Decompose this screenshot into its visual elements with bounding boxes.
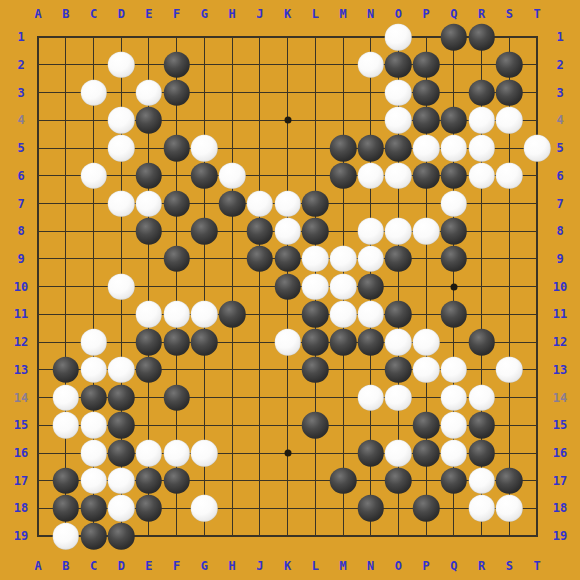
black-stone-L11[interactable] (302, 301, 329, 328)
row-label-left: 7 (17, 198, 24, 210)
black-stone-O2[interactable] (385, 52, 412, 79)
white-stone-P12[interactable] (413, 329, 440, 356)
white-stone-E11[interactable] (136, 301, 163, 328)
white-stone-Q13[interactable] (441, 357, 468, 384)
black-stone-L8[interactable] (302, 218, 329, 245)
black-stone-J9[interactable] (247, 246, 274, 273)
black-stone-F2[interactable] (163, 52, 190, 79)
black-stone-N16[interactable] (357, 440, 384, 467)
black-stone-P15[interactable] (413, 412, 440, 439)
row-label-right: 15 (553, 419, 567, 431)
black-stone-F3[interactable] (163, 79, 190, 106)
white-stone-G16[interactable] (191, 440, 218, 467)
black-stone-M17[interactable] (330, 467, 357, 494)
white-stone-B15[interactable] (53, 412, 80, 439)
black-stone-O9[interactable] (385, 246, 412, 273)
column-label-top: D (118, 8, 125, 20)
black-stone-L15[interactable] (302, 412, 329, 439)
column-label-bottom: B (62, 560, 69, 572)
black-stone-P18[interactable] (413, 495, 440, 522)
white-stone-N9[interactable] (357, 246, 384, 273)
black-stone-L12[interactable] (302, 329, 329, 356)
white-stone-M11[interactable] (330, 301, 357, 328)
black-stone-D19[interactable] (108, 523, 135, 550)
column-label-top: A (34, 8, 41, 20)
row-label-left: 2 (17, 59, 24, 71)
row-label-left: 10 (14, 281, 28, 293)
black-stone-F7[interactable] (163, 190, 190, 217)
column-label-top: F (173, 8, 180, 20)
column-label-top: C (90, 8, 97, 20)
black-stone-M12[interactable] (330, 329, 357, 356)
black-stone-E13[interactable] (136, 357, 163, 384)
white-stone-N8[interactable] (357, 218, 384, 245)
white-stone-Q16[interactable] (441, 440, 468, 467)
column-label-bottom: S (506, 560, 513, 572)
black-stone-F5[interactable] (163, 135, 190, 162)
column-label-bottom: F (173, 560, 180, 572)
go-board[interactable]: AABBCCDDEEFFGGHHJJKKLLMMNNOOPPQQRRSSTT11… (0, 0, 580, 580)
row-label-left: 13 (14, 364, 28, 376)
black-stone-L7[interactable] (302, 190, 329, 217)
row-label-right: 4 (556, 114, 563, 126)
row-label-left: 19 (14, 530, 28, 542)
black-stone-B17[interactable] (53, 467, 80, 494)
row-label-right: 16 (553, 447, 567, 459)
column-label-top: K (284, 8, 291, 20)
black-stone-S3[interactable] (496, 79, 523, 106)
column-label-bottom: A (34, 560, 41, 572)
row-label-right: 14 (553, 392, 567, 404)
black-stone-S17[interactable] (496, 467, 523, 494)
black-stone-N5[interactable] (357, 135, 384, 162)
white-stone-G11[interactable] (191, 301, 218, 328)
row-label-right: 11 (553, 308, 567, 320)
black-stone-S2[interactable] (496, 52, 523, 79)
column-label-bottom: E (145, 560, 152, 572)
black-stone-Q1[interactable] (441, 24, 468, 51)
white-stone-B19[interactable] (53, 523, 80, 550)
white-stone-C17[interactable] (80, 467, 107, 494)
black-stone-Q9[interactable] (441, 246, 468, 273)
white-stone-S13[interactable] (496, 357, 523, 384)
column-label-bottom: R (478, 560, 485, 572)
white-stone-O14[interactable] (385, 384, 412, 411)
white-stone-F11[interactable] (163, 301, 190, 328)
white-stone-H6[interactable] (219, 163, 246, 190)
white-stone-B14[interactable] (53, 384, 80, 411)
black-stone-E17[interactable] (136, 467, 163, 494)
white-stone-J7[interactable] (247, 190, 274, 217)
black-stone-Q17[interactable] (441, 467, 468, 494)
white-stone-L9[interactable] (302, 246, 329, 273)
white-stone-N14[interactable] (357, 384, 384, 411)
black-stone-E4[interactable] (136, 107, 163, 134)
white-stone-R14[interactable] (468, 384, 495, 411)
white-stone-M10[interactable] (330, 273, 357, 300)
black-stone-P16[interactable] (413, 440, 440, 467)
black-stone-B13[interactable] (53, 357, 80, 384)
white-stone-O16[interactable] (385, 440, 412, 467)
column-label-top: P (423, 8, 430, 20)
row-label-left: 1 (17, 31, 24, 43)
black-stone-B18[interactable] (53, 495, 80, 522)
star-point (450, 283, 457, 290)
column-label-bottom: M (339, 560, 346, 572)
black-stone-H7[interactable] (219, 190, 246, 217)
black-stone-E8[interactable] (136, 218, 163, 245)
white-stone-Q14[interactable] (441, 384, 468, 411)
column-label-top: J (256, 8, 263, 20)
white-stone-N2[interactable] (357, 52, 384, 79)
white-stone-D2[interactable] (108, 52, 135, 79)
star-point (284, 117, 291, 124)
white-stone-G18[interactable] (191, 495, 218, 522)
black-stone-P6[interactable] (413, 163, 440, 190)
white-stone-C3[interactable] (80, 79, 107, 106)
column-label-bottom: H (229, 560, 236, 572)
white-stone-E7[interactable] (136, 190, 163, 217)
black-stone-R16[interactable] (468, 440, 495, 467)
column-label-top: T (533, 8, 540, 20)
white-stone-Q15[interactable] (441, 412, 468, 439)
row-label-right: 17 (553, 475, 567, 487)
black-stone-P2[interactable] (413, 52, 440, 79)
star-point (284, 450, 291, 457)
white-stone-R5[interactable] (468, 135, 495, 162)
row-label-right: 19 (553, 530, 567, 542)
column-label-bottom: K (284, 560, 291, 572)
white-stone-D13[interactable] (108, 357, 135, 384)
white-stone-K7[interactable] (274, 190, 301, 217)
white-stone-D18[interactable] (108, 495, 135, 522)
row-label-right: 2 (556, 59, 563, 71)
black-stone-E12[interactable] (136, 329, 163, 356)
white-stone-T5[interactable] (524, 135, 551, 162)
column-label-top: N (367, 8, 374, 20)
black-stone-F14[interactable] (163, 384, 190, 411)
column-label-bottom: D (118, 560, 125, 572)
white-stone-N6[interactable] (357, 163, 384, 190)
white-stone-R6[interactable] (468, 163, 495, 190)
black-stone-K9[interactable] (274, 246, 301, 273)
white-stone-F16[interactable] (163, 440, 190, 467)
row-label-right: 10 (553, 281, 567, 293)
black-stone-P4[interactable] (413, 107, 440, 134)
column-label-bottom: Q (450, 560, 457, 572)
column-label-bottom: O (395, 560, 402, 572)
white-stone-D7[interactable] (108, 190, 135, 217)
white-stone-D4[interactable] (108, 107, 135, 134)
row-label-right: 8 (556, 225, 563, 237)
black-stone-N18[interactable] (357, 495, 384, 522)
white-stone-M9[interactable] (330, 246, 357, 273)
white-stone-C16[interactable] (80, 440, 107, 467)
white-stone-E3[interactable] (136, 79, 163, 106)
grid-line-vertical (536, 36, 538, 537)
row-label-left: 8 (17, 225, 24, 237)
black-stone-H11[interactable] (219, 301, 246, 328)
column-label-top: S (506, 8, 513, 20)
white-stone-P5[interactable] (413, 135, 440, 162)
white-stone-S18[interactable] (496, 495, 523, 522)
white-stone-C6[interactable] (80, 163, 107, 190)
row-label-right: 5 (556, 142, 563, 154)
black-stone-D15[interactable] (108, 412, 135, 439)
white-stone-D5[interactable] (108, 135, 135, 162)
black-stone-D16[interactable] (108, 440, 135, 467)
black-stone-P3[interactable] (413, 79, 440, 106)
white-stone-D10[interactable] (108, 273, 135, 300)
black-stone-M6[interactable] (330, 163, 357, 190)
white-stone-P13[interactable] (413, 357, 440, 384)
white-stone-C13[interactable] (80, 357, 107, 384)
white-stone-L10[interactable] (302, 273, 329, 300)
row-label-left: 15 (14, 419, 28, 431)
white-stone-Q5[interactable] (441, 135, 468, 162)
row-label-left: 9 (17, 253, 24, 265)
black-stone-O17[interactable] (385, 467, 412, 494)
column-label-top: R (478, 8, 485, 20)
black-stone-O11[interactable] (385, 301, 412, 328)
white-stone-O4[interactable] (385, 107, 412, 134)
black-stone-F17[interactable] (163, 467, 190, 494)
black-stone-G12[interactable] (191, 329, 218, 356)
row-label-right: 6 (556, 170, 563, 182)
white-stone-O6[interactable] (385, 163, 412, 190)
white-stone-G5[interactable] (191, 135, 218, 162)
column-label-top: O (395, 8, 402, 20)
row-label-left: 5 (17, 142, 24, 154)
black-stone-G8[interactable] (191, 218, 218, 245)
column-label-top: E (145, 8, 152, 20)
row-label-right: 7 (556, 198, 563, 210)
row-label-left: 4 (17, 114, 24, 126)
row-label-right: 3 (556, 87, 563, 99)
row-label-right: 1 (556, 31, 563, 43)
black-stone-C19[interactable] (80, 523, 107, 550)
row-label-left: 14 (14, 392, 28, 404)
black-stone-O13[interactable] (385, 357, 412, 384)
white-stone-P8[interactable] (413, 218, 440, 245)
white-stone-E16[interactable] (136, 440, 163, 467)
black-stone-L13[interactable] (302, 357, 329, 384)
column-label-bottom: T (533, 560, 540, 572)
black-stone-C18[interactable] (80, 495, 107, 522)
black-stone-C14[interactable] (80, 384, 107, 411)
column-label-top: M (339, 8, 346, 20)
row-label-right: 12 (553, 336, 567, 348)
black-stone-K10[interactable] (274, 273, 301, 300)
black-stone-Q4[interactable] (441, 107, 468, 134)
white-stone-S4[interactable] (496, 107, 523, 134)
row-label-left: 6 (17, 170, 24, 182)
row-label-left: 16 (14, 447, 28, 459)
black-stone-E18[interactable] (136, 495, 163, 522)
black-stone-J8[interactable] (247, 218, 274, 245)
black-stone-E6[interactable] (136, 163, 163, 190)
column-label-top: B (62, 8, 69, 20)
black-stone-D14[interactable] (108, 384, 135, 411)
black-stone-Q11[interactable] (441, 301, 468, 328)
black-stone-F9[interactable] (163, 246, 190, 273)
white-stone-K12[interactable] (274, 329, 301, 356)
black-stone-Q8[interactable] (441, 218, 468, 245)
row-label-right: 13 (553, 364, 567, 376)
white-stone-Q7[interactable] (441, 190, 468, 217)
column-label-top: H (229, 8, 236, 20)
black-stone-F12[interactable] (163, 329, 190, 356)
row-label-left: 12 (14, 336, 28, 348)
row-label-left: 3 (17, 87, 24, 99)
column-label-bottom: L (312, 560, 319, 572)
white-stone-O8[interactable] (385, 218, 412, 245)
white-stone-D17[interactable] (108, 467, 135, 494)
black-stone-R12[interactable] (468, 329, 495, 356)
column-label-bottom: J (256, 560, 263, 572)
white-stone-R18[interactable] (468, 495, 495, 522)
white-stone-C12[interactable] (80, 329, 107, 356)
row-label-right: 18 (553, 502, 567, 514)
column-label-bottom: N (367, 560, 374, 572)
white-stone-K8[interactable] (274, 218, 301, 245)
black-stone-Q6[interactable] (441, 163, 468, 190)
white-stone-C15[interactable] (80, 412, 107, 439)
column-label-bottom: G (201, 560, 208, 572)
black-stone-R15[interactable] (468, 412, 495, 439)
black-stone-G6[interactable] (191, 163, 218, 190)
row-label-left: 18 (14, 502, 28, 514)
white-stone-S6[interactable] (496, 163, 523, 190)
black-stone-M5[interactable] (330, 135, 357, 162)
column-label-bottom: P (423, 560, 430, 572)
black-stone-N10[interactable] (357, 273, 384, 300)
white-stone-O1[interactable] (385, 24, 412, 51)
row-label-left: 17 (14, 475, 28, 487)
white-stone-R4[interactable] (468, 107, 495, 134)
black-stone-N12[interactable] (357, 329, 384, 356)
column-label-top: L (312, 8, 319, 20)
column-label-top: Q (450, 8, 457, 20)
row-label-right: 9 (556, 253, 563, 265)
white-stone-R17[interactable] (468, 467, 495, 494)
black-stone-R3[interactable] (468, 79, 495, 106)
row-label-left: 11 (14, 308, 28, 320)
white-stone-N11[interactable] (357, 301, 384, 328)
white-stone-O12[interactable] (385, 329, 412, 356)
column-label-bottom: C (90, 560, 97, 572)
black-stone-R1[interactable] (468, 24, 495, 51)
column-label-top: G (201, 8, 208, 20)
white-stone-O3[interactable] (385, 79, 412, 106)
black-stone-O5[interactable] (385, 135, 412, 162)
